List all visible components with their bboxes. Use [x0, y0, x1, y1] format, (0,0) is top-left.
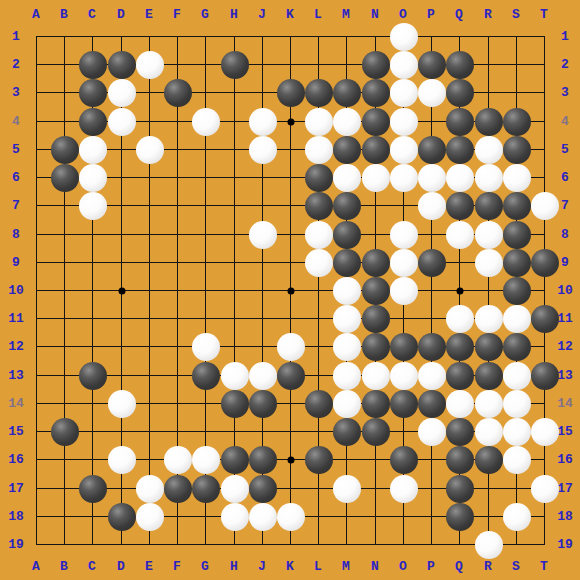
- column-label-bottom: J: [258, 559, 266, 574]
- row-label-right: 13: [557, 368, 573, 383]
- white-stone-L8[interactable]: [305, 221, 333, 249]
- black-stone-D18[interactable]: [108, 503, 136, 531]
- go-board[interactable]: AABBCCDDEEFFGGHHJJKKLLMMNNOOPPQQRRSSTT11…: [0, 0, 580, 580]
- white-stone-G4[interactable]: [192, 108, 220, 136]
- white-stone-M17[interactable]: [333, 475, 361, 503]
- column-label-top: J: [258, 7, 266, 22]
- row-label-left: 19: [8, 537, 24, 552]
- column-label-top: Q: [455, 7, 463, 22]
- white-stone-S6[interactable]: [503, 164, 531, 192]
- row-label-left: 16: [8, 452, 24, 467]
- row-label-left: 18: [8, 509, 24, 524]
- white-stone-L4[interactable]: [305, 108, 333, 136]
- white-stone-R6[interactable]: [475, 164, 503, 192]
- row-label-left: 10: [8, 283, 24, 298]
- white-stone-K12[interactable]: [277, 333, 305, 361]
- black-stone-Q7[interactable]: [446, 192, 474, 220]
- column-label-bottom: F: [173, 559, 181, 574]
- black-stone-M9[interactable]: [333, 249, 361, 277]
- black-stone-O14[interactable]: [390, 390, 418, 418]
- column-label-top: L: [314, 7, 322, 22]
- white-stone-S16[interactable]: [503, 446, 531, 474]
- column-label-bottom: P: [427, 559, 435, 574]
- white-stone-E2[interactable]: [136, 51, 164, 79]
- black-stone-R12[interactable]: [475, 333, 503, 361]
- row-label-left: 11: [8, 311, 24, 326]
- row-label-left: 6: [12, 170, 20, 185]
- black-stone-N3[interactable]: [362, 79, 390, 107]
- black-stone-L3[interactable]: [305, 79, 333, 107]
- column-label-bottom: N: [371, 559, 379, 574]
- row-label-right: 15: [557, 424, 573, 439]
- white-stone-G12[interactable]: [192, 333, 220, 361]
- white-stone-D14[interactable]: [108, 390, 136, 418]
- column-label-bottom: B: [60, 559, 68, 574]
- column-label-bottom: G: [201, 559, 209, 574]
- column-label-bottom: D: [117, 559, 125, 574]
- black-stone-N12[interactable]: [362, 333, 390, 361]
- black-stone-M8[interactable]: [333, 221, 361, 249]
- white-stone-C6[interactable]: [79, 164, 107, 192]
- black-stone-Q15[interactable]: [446, 418, 474, 446]
- row-label-right: 11: [557, 311, 573, 326]
- white-stone-D4[interactable]: [108, 108, 136, 136]
- black-stone-Q3[interactable]: [446, 79, 474, 107]
- white-stone-R8[interactable]: [475, 221, 503, 249]
- black-stone-H16[interactable]: [221, 446, 249, 474]
- row-label-left: 9: [12, 255, 20, 270]
- black-stone-H2[interactable]: [221, 51, 249, 79]
- black-stone-K3[interactable]: [277, 79, 305, 107]
- white-stone-J8[interactable]: [249, 221, 277, 249]
- column-label-bottom: H: [230, 559, 238, 574]
- black-stone-Q5[interactable]: [446, 136, 474, 164]
- white-stone-N13[interactable]: [362, 362, 390, 390]
- black-stone-Q16[interactable]: [446, 446, 474, 474]
- black-stone-J17[interactable]: [249, 475, 277, 503]
- row-label-right: 8: [561, 227, 569, 242]
- white-stone-R15[interactable]: [475, 418, 503, 446]
- column-label-top: D: [117, 7, 125, 22]
- white-stone-K18[interactable]: [277, 503, 305, 531]
- white-stone-J18[interactable]: [249, 503, 277, 531]
- black-stone-B5[interactable]: [51, 136, 79, 164]
- white-stone-T15[interactable]: [531, 418, 559, 446]
- star-point: [287, 287, 294, 294]
- white-stone-T7[interactable]: [531, 192, 559, 220]
- white-stone-M14[interactable]: [333, 390, 361, 418]
- white-stone-O1[interactable]: [390, 23, 418, 51]
- black-stone-C13[interactable]: [79, 362, 107, 390]
- black-stone-S10[interactable]: [503, 277, 531, 305]
- white-stone-M6[interactable]: [333, 164, 361, 192]
- white-stone-O8[interactable]: [390, 221, 418, 249]
- column-label-bottom: C: [88, 559, 96, 574]
- row-label-right: 12: [557, 339, 573, 354]
- row-label-right: 10: [557, 283, 573, 298]
- black-stone-N15[interactable]: [362, 418, 390, 446]
- black-stone-F3[interactable]: [164, 79, 192, 107]
- white-stone-M4[interactable]: [333, 108, 361, 136]
- row-label-right: 2: [561, 57, 569, 72]
- black-stone-Q4[interactable]: [446, 108, 474, 136]
- white-stone-F16[interactable]: [164, 446, 192, 474]
- white-stone-J4[interactable]: [249, 108, 277, 136]
- column-label-bottom: O: [399, 559, 407, 574]
- row-label-right: 6: [561, 170, 569, 185]
- white-stone-P3[interactable]: [418, 79, 446, 107]
- black-stone-P5[interactable]: [418, 136, 446, 164]
- column-label-top: F: [173, 7, 181, 22]
- row-label-right: 1: [561, 29, 569, 44]
- white-stone-D16[interactable]: [108, 446, 136, 474]
- white-stone-S11[interactable]: [503, 305, 531, 333]
- black-stone-S4[interactable]: [503, 108, 531, 136]
- black-stone-M3[interactable]: [333, 79, 361, 107]
- white-stone-S18[interactable]: [503, 503, 531, 531]
- black-stone-N4[interactable]: [362, 108, 390, 136]
- row-label-left: 13: [8, 368, 24, 383]
- black-stone-N10[interactable]: [362, 277, 390, 305]
- white-stone-O13[interactable]: [390, 362, 418, 390]
- black-stone-C17[interactable]: [79, 475, 107, 503]
- column-label-top: G: [201, 7, 209, 22]
- white-stone-Q8[interactable]: [446, 221, 474, 249]
- white-stone-Q14[interactable]: [446, 390, 474, 418]
- black-stone-M7[interactable]: [333, 192, 361, 220]
- black-stone-K13[interactable]: [277, 362, 305, 390]
- black-stone-J14[interactable]: [249, 390, 277, 418]
- white-stone-O3[interactable]: [390, 79, 418, 107]
- black-stone-N11[interactable]: [362, 305, 390, 333]
- row-label-left: 15: [8, 424, 24, 439]
- white-stone-S14[interactable]: [503, 390, 531, 418]
- row-label-left: 7: [12, 198, 20, 213]
- black-stone-P2[interactable]: [418, 51, 446, 79]
- row-label-right: 9: [561, 255, 569, 270]
- black-stone-H14[interactable]: [221, 390, 249, 418]
- white-stone-O17[interactable]: [390, 475, 418, 503]
- black-stone-Q13[interactable]: [446, 362, 474, 390]
- row-label-right: 4: [561, 114, 569, 129]
- column-label-top: B: [60, 7, 68, 22]
- row-label-right: 18: [557, 509, 573, 524]
- white-stone-L5[interactable]: [305, 136, 333, 164]
- white-stone-O9[interactable]: [390, 249, 418, 277]
- white-stone-M10[interactable]: [333, 277, 361, 305]
- white-stone-Q6[interactable]: [446, 164, 474, 192]
- black-stone-L14[interactable]: [305, 390, 333, 418]
- row-label-right: 17: [557, 481, 573, 496]
- column-label-bottom: S: [512, 559, 520, 574]
- black-stone-S12[interactable]: [503, 333, 531, 361]
- white-stone-T17[interactable]: [531, 475, 559, 503]
- column-label-top: E: [145, 7, 153, 22]
- column-label-top: O: [399, 7, 407, 22]
- white-stone-R5[interactable]: [475, 136, 503, 164]
- black-stone-G13[interactable]: [192, 362, 220, 390]
- black-stone-S5[interactable]: [503, 136, 531, 164]
- black-stone-Q18[interactable]: [446, 503, 474, 531]
- black-stone-F17[interactable]: [164, 475, 192, 503]
- white-stone-H18[interactable]: [221, 503, 249, 531]
- white-stone-M13[interactable]: [333, 362, 361, 390]
- white-stone-L9[interactable]: [305, 249, 333, 277]
- black-stone-R16[interactable]: [475, 446, 503, 474]
- black-stone-B15[interactable]: [51, 418, 79, 446]
- black-stone-L6[interactable]: [305, 164, 333, 192]
- column-label-top: R: [484, 7, 492, 22]
- black-stone-Q17[interactable]: [446, 475, 474, 503]
- row-label-left: 8: [12, 227, 20, 242]
- black-stone-R13[interactable]: [475, 362, 503, 390]
- row-label-right: 19: [557, 537, 573, 552]
- column-label-top: T: [540, 7, 548, 22]
- black-stone-T13[interactable]: [531, 362, 559, 390]
- white-stone-J5[interactable]: [249, 136, 277, 164]
- white-stone-D3[interactable]: [108, 79, 136, 107]
- white-stone-S15[interactable]: [503, 418, 531, 446]
- row-label-left: 5: [12, 142, 20, 157]
- white-stone-H17[interactable]: [221, 475, 249, 503]
- column-label-top: P: [427, 7, 435, 22]
- black-stone-G17[interactable]: [192, 475, 220, 503]
- white-stone-O6[interactable]: [390, 164, 418, 192]
- white-stone-P7[interactable]: [418, 192, 446, 220]
- white-stone-M12[interactable]: [333, 333, 361, 361]
- black-stone-P12[interactable]: [418, 333, 446, 361]
- column-label-bottom: Q: [455, 559, 463, 574]
- column-label-bottom: A: [32, 559, 40, 574]
- white-stone-O5[interactable]: [390, 136, 418, 164]
- black-stone-N14[interactable]: [362, 390, 390, 418]
- black-stone-L7[interactable]: [305, 192, 333, 220]
- white-stone-N6[interactable]: [362, 164, 390, 192]
- grid-line-vertical: [431, 36, 432, 545]
- column-label-top: C: [88, 7, 96, 22]
- white-stone-S13[interactable]: [503, 362, 531, 390]
- white-stone-O2[interactable]: [390, 51, 418, 79]
- black-stone-D2[interactable]: [108, 51, 136, 79]
- black-stone-B6[interactable]: [51, 164, 79, 192]
- black-stone-P14[interactable]: [418, 390, 446, 418]
- white-stone-P6[interactable]: [418, 164, 446, 192]
- row-label-left: 1: [12, 29, 20, 44]
- black-stone-N9[interactable]: [362, 249, 390, 277]
- white-stone-E18[interactable]: [136, 503, 164, 531]
- black-stone-T9[interactable]: [531, 249, 559, 277]
- black-stone-S7[interactable]: [503, 192, 531, 220]
- black-stone-O12[interactable]: [390, 333, 418, 361]
- black-stone-N5[interactable]: [362, 136, 390, 164]
- black-stone-L16[interactable]: [305, 446, 333, 474]
- row-label-left: 4: [12, 114, 20, 129]
- black-stone-C2[interactable]: [79, 51, 107, 79]
- column-label-top: N: [371, 7, 379, 22]
- row-label-left: 12: [8, 339, 24, 354]
- white-stone-E5[interactable]: [136, 136, 164, 164]
- white-stone-Q11[interactable]: [446, 305, 474, 333]
- black-stone-T11[interactable]: [531, 305, 559, 333]
- black-stone-P9[interactable]: [418, 249, 446, 277]
- black-stone-C3[interactable]: [79, 79, 107, 107]
- row-label-right: 16: [557, 452, 573, 467]
- white-stone-P15[interactable]: [418, 418, 446, 446]
- black-stone-R4[interactable]: [475, 108, 503, 136]
- row-label-right: 3: [561, 85, 569, 100]
- white-stone-C5[interactable]: [79, 136, 107, 164]
- black-stone-C4[interactable]: [79, 108, 107, 136]
- star-point: [118, 287, 125, 294]
- white-stone-P13[interactable]: [418, 362, 446, 390]
- column-label-bottom: E: [145, 559, 153, 574]
- column-label-top: M: [342, 7, 350, 22]
- black-stone-O16[interactable]: [390, 446, 418, 474]
- black-stone-S8[interactable]: [503, 221, 531, 249]
- column-label-bottom: R: [484, 559, 492, 574]
- column-label-bottom: M: [342, 559, 350, 574]
- row-label-left: 17: [8, 481, 24, 496]
- row-label-right: 14: [557, 396, 573, 411]
- white-stone-O10[interactable]: [390, 277, 418, 305]
- black-stone-R7[interactable]: [475, 192, 503, 220]
- grid-line-horizontal: [36, 544, 545, 545]
- black-stone-M5[interactable]: [333, 136, 361, 164]
- white-stone-O4[interactable]: [390, 108, 418, 136]
- white-stone-M11[interactable]: [333, 305, 361, 333]
- row-label-left: 14: [8, 396, 24, 411]
- column-label-bottom: T: [540, 559, 548, 574]
- black-stone-N2[interactable]: [362, 51, 390, 79]
- column-label-top: A: [32, 7, 40, 22]
- black-stone-S9[interactable]: [503, 249, 531, 277]
- row-label-left: 3: [12, 85, 20, 100]
- white-stone-R9[interactable]: [475, 249, 503, 277]
- white-stone-J13[interactable]: [249, 362, 277, 390]
- column-label-bottom: K: [286, 559, 294, 574]
- row-label-right: 5: [561, 142, 569, 157]
- column-label-top: H: [230, 7, 238, 22]
- white-stone-H13[interactable]: [221, 362, 249, 390]
- white-stone-C7[interactable]: [79, 192, 107, 220]
- column-label-bottom: L: [314, 559, 322, 574]
- star-point: [287, 456, 294, 463]
- row-label-left: 2: [12, 57, 20, 72]
- star-point: [456, 287, 463, 294]
- star-point: [287, 118, 294, 125]
- black-stone-Q12[interactable]: [446, 333, 474, 361]
- black-stone-Q2[interactable]: [446, 51, 474, 79]
- grid-line-vertical: [544, 36, 545, 545]
- black-stone-M15[interactable]: [333, 418, 361, 446]
- row-label-right: 7: [561, 198, 569, 213]
- column-label-top: S: [512, 7, 520, 22]
- white-stone-E17[interactable]: [136, 475, 164, 503]
- white-stone-R11[interactable]: [475, 305, 503, 333]
- white-stone-G16[interactable]: [192, 446, 220, 474]
- white-stone-R19[interactable]: [475, 531, 503, 559]
- white-stone-R14[interactable]: [475, 390, 503, 418]
- black-stone-J16[interactable]: [249, 446, 277, 474]
- column-label-top: K: [286, 7, 294, 22]
